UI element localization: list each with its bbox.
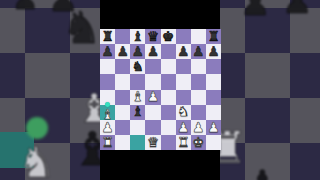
square-h2[interactable]: ♟ bbox=[206, 120, 221, 135]
square-c4[interactable]: ♝ bbox=[130, 90, 145, 105]
square-d6[interactable] bbox=[145, 59, 160, 74]
piece-black-pawn[interactable]: ♟ bbox=[176, 44, 191, 59]
square-f6[interactable] bbox=[176, 59, 191, 74]
bg-black-pawn-icon: ♟ bbox=[282, 0, 312, 18]
square-d7[interactable]: ♟ bbox=[145, 44, 160, 59]
square-g4[interactable] bbox=[191, 90, 206, 105]
chess-board: ♜♝♛♚♜♟♟♟♟♟♟♟♞♝♟♝♝♞♟♟♟♟♜♛♜♚ bbox=[100, 29, 221, 150]
piece-white-knight[interactable]: ♞ bbox=[176, 105, 191, 120]
bg-white-knight-icon: ♞ bbox=[18, 142, 56, 180]
square-d3[interactable] bbox=[145, 105, 160, 120]
square-c3[interactable]: ♝ bbox=[130, 105, 145, 120]
piece-black-bishop[interactable]: ♝ bbox=[130, 105, 145, 120]
square-b4[interactable] bbox=[115, 90, 130, 105]
piece-black-king[interactable]: ♚ bbox=[161, 29, 176, 44]
square-b7[interactable]: ♟ bbox=[115, 44, 130, 59]
bg-black-pawn-icon: ♟ bbox=[248, 166, 277, 180]
square-h7[interactable]: ♟ bbox=[206, 44, 221, 59]
square-e7[interactable] bbox=[161, 44, 176, 59]
square-h6[interactable] bbox=[206, 59, 221, 74]
piece-black-pawn[interactable]: ♟ bbox=[130, 44, 145, 59]
square-h3[interactable] bbox=[206, 105, 221, 120]
square-h4[interactable] bbox=[206, 90, 221, 105]
square-f7[interactable]: ♟ bbox=[176, 44, 191, 59]
piece-white-pawn[interactable]: ♟ bbox=[145, 90, 160, 105]
square-h8[interactable]: ♜ bbox=[206, 29, 221, 44]
piece-white-rook[interactable]: ♜ bbox=[100, 135, 115, 150]
square-c5[interactable] bbox=[130, 74, 145, 89]
square-g1[interactable]: ♚ bbox=[191, 135, 206, 150]
square-h5[interactable] bbox=[206, 74, 221, 89]
square-d2[interactable] bbox=[145, 120, 160, 135]
square-f8[interactable] bbox=[176, 29, 191, 44]
bg-move-badge bbox=[26, 117, 48, 139]
square-a5[interactable] bbox=[100, 74, 115, 89]
bg-white-rook-icon: ♜ bbox=[220, 126, 247, 170]
piece-white-pawn[interactable]: ♟ bbox=[206, 120, 221, 135]
piece-white-king[interactable]: ♚ bbox=[191, 135, 206, 150]
square-e3[interactable] bbox=[161, 105, 176, 120]
bg-black-knight-icon: ♞ bbox=[62, 6, 100, 50]
square-f3[interactable]: ♞ bbox=[176, 105, 191, 120]
square-d1[interactable]: ♛ bbox=[145, 135, 160, 150]
square-g6[interactable] bbox=[191, 59, 206, 74]
square-g7[interactable]: ♟ bbox=[191, 44, 206, 59]
square-f4[interactable] bbox=[176, 90, 191, 105]
square-c7[interactable]: ♟ bbox=[130, 44, 145, 59]
square-a8[interactable]: ♜ bbox=[100, 29, 115, 44]
piece-white-pawn[interactable]: ♟ bbox=[176, 120, 191, 135]
square-e4[interactable] bbox=[161, 90, 176, 105]
square-f2[interactable]: ♟ bbox=[176, 120, 191, 135]
square-c2[interactable] bbox=[130, 120, 145, 135]
square-b6[interactable] bbox=[115, 59, 130, 74]
square-e5[interactable] bbox=[161, 74, 176, 89]
bg-black-pawn-icon: ♟ bbox=[12, 0, 39, 14]
square-e1[interactable] bbox=[161, 135, 176, 150]
background-strip-right: ♟♟♜♟ bbox=[220, 0, 320, 180]
piece-black-pawn[interactable]: ♟ bbox=[191, 44, 206, 59]
move-badge-dot bbox=[105, 102, 110, 107]
bg-black-bishop-icon: ♝ bbox=[72, 126, 100, 172]
piece-white-bishop[interactable]: ♝ bbox=[130, 90, 145, 105]
square-a7[interactable]: ♟ bbox=[100, 44, 115, 59]
square-c8[interactable]: ♝ bbox=[130, 29, 145, 44]
background-strip-left: ♟♟♞♝♝♞ bbox=[0, 0, 100, 180]
square-a2[interactable]: ♟ bbox=[100, 120, 115, 135]
piece-black-rook[interactable]: ♜ bbox=[100, 29, 115, 44]
piece-black-pawn[interactable]: ♟ bbox=[100, 44, 115, 59]
piece-white-rook[interactable]: ♜ bbox=[176, 135, 191, 150]
piece-black-pawn[interactable]: ♟ bbox=[115, 44, 130, 59]
piece-black-pawn[interactable]: ♟ bbox=[145, 44, 160, 59]
piece-white-pawn[interactable]: ♟ bbox=[100, 120, 115, 135]
piece-white-queen[interactable]: ♛ bbox=[145, 135, 160, 150]
square-d5[interactable] bbox=[145, 74, 160, 89]
square-c6[interactable]: ♞ bbox=[130, 59, 145, 74]
square-g2[interactable]: ♟ bbox=[191, 120, 206, 135]
square-a1[interactable]: ♜ bbox=[100, 135, 115, 150]
square-e6[interactable] bbox=[161, 59, 176, 74]
square-d8[interactable]: ♛ bbox=[145, 29, 160, 44]
square-g3[interactable] bbox=[191, 105, 206, 120]
square-e2[interactable] bbox=[161, 120, 176, 135]
square-h1[interactable] bbox=[206, 135, 221, 150]
piece-white-pawn[interactable]: ♟ bbox=[191, 120, 206, 135]
video-frame: ♟♟♞♝♝♞ ♟♟♜♟ ♜♝♛♚♜♟♟♟♟♟♟♟♞♝♟♝♝♞♟♟♟♟♜♛♜♚ bbox=[0, 0, 320, 180]
square-g8[interactable] bbox=[191, 29, 206, 44]
square-d4[interactable]: ♟ bbox=[145, 90, 160, 105]
square-b8[interactable] bbox=[115, 29, 130, 44]
square-b5[interactable] bbox=[115, 74, 130, 89]
square-f5[interactable] bbox=[176, 74, 191, 89]
piece-black-rook[interactable]: ♜ bbox=[206, 29, 221, 44]
square-b2[interactable] bbox=[115, 120, 130, 135]
square-b1[interactable] bbox=[115, 135, 130, 150]
piece-black-pawn[interactable]: ♟ bbox=[206, 44, 221, 59]
piece-black-queen[interactable]: ♛ bbox=[145, 29, 160, 44]
square-b3[interactable] bbox=[115, 105, 130, 120]
square-c1[interactable] bbox=[130, 135, 145, 150]
piece-black-knight[interactable]: ♞ bbox=[130, 59, 145, 74]
square-f1[interactable]: ♜ bbox=[176, 135, 191, 150]
piece-black-bishop[interactable]: ♝ bbox=[130, 29, 145, 44]
bg-black-pawn-icon: ♟ bbox=[240, 0, 270, 20]
square-g5[interactable] bbox=[191, 74, 206, 89]
square-a6[interactable] bbox=[100, 59, 115, 74]
square-e8[interactable]: ♚ bbox=[161, 29, 176, 44]
